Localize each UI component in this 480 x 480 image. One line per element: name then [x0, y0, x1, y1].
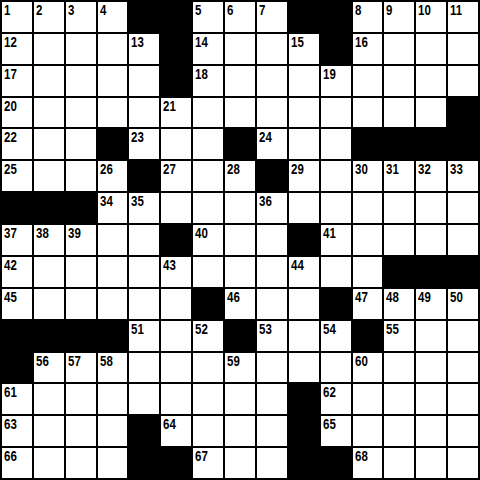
clue-number: 43: [163, 258, 176, 272]
white-cell[interactable]: [34, 448, 64, 478]
black-cell: [353, 129, 383, 159]
white-cell[interactable]: [98, 98, 128, 128]
clue-number: 7: [259, 3, 265, 17]
white-cell[interactable]: [321, 161, 351, 191]
black-cell: [129, 161, 159, 191]
black-cell: [225, 129, 255, 159]
white-cell[interactable]: [66, 161, 96, 191]
white-cell[interactable]: [321, 193, 351, 223]
black-cell: [384, 257, 414, 287]
clue-number: 2: [36, 3, 42, 17]
clue-number: 64: [163, 417, 176, 431]
white-cell[interactable]: 47: [353, 289, 383, 319]
white-cell[interactable]: [321, 129, 351, 159]
clue-number: 40: [195, 226, 208, 240]
white-cell[interactable]: [225, 257, 255, 287]
clue-number: 44: [291, 258, 304, 272]
white-cell[interactable]: 59: [225, 353, 255, 383]
white-cell[interactable]: [34, 384, 64, 414]
white-cell[interactable]: [98, 384, 128, 414]
white-cell[interactable]: [98, 289, 128, 319]
clue-number: 63: [4, 417, 17, 431]
clue-number: 66: [4, 449, 17, 463]
white-cell[interactable]: [225, 416, 255, 446]
clue-number: 56: [36, 354, 49, 368]
white-cell[interactable]: [257, 66, 287, 96]
white-cell[interactable]: [161, 353, 191, 383]
clue-number: 45: [4, 290, 17, 304]
clue-number: 8: [355, 3, 361, 17]
white-cell[interactable]: [129, 384, 159, 414]
clue-number: 67: [195, 449, 208, 463]
black-cell: [289, 2, 319, 32]
white-cell[interactable]: 11: [448, 2, 478, 32]
white-cell[interactable]: 61: [2, 384, 32, 414]
clue-number: 65: [323, 417, 336, 431]
white-cell[interactable]: [66, 129, 96, 159]
white-cell[interactable]: [257, 353, 287, 383]
clue-number: 22: [4, 130, 17, 144]
white-cell[interactable]: [225, 66, 255, 96]
white-cell[interactable]: 7: [257, 2, 287, 32]
white-cell[interactable]: [193, 193, 223, 223]
white-cell[interactable]: 15: [289, 34, 319, 64]
clue-number: 39: [68, 226, 81, 240]
white-cell[interactable]: 13: [129, 34, 159, 64]
black-cell: [161, 225, 191, 255]
clue-number: 49: [418, 290, 431, 304]
white-cell[interactable]: [257, 448, 287, 478]
white-cell[interactable]: [34, 257, 64, 287]
white-cell[interactable]: [225, 98, 255, 128]
white-cell[interactable]: 36: [257, 193, 287, 223]
black-cell: [161, 448, 191, 478]
clue-number: 61: [4, 385, 17, 399]
clue-number: 28: [227, 162, 240, 176]
clue-number: 30: [355, 162, 368, 176]
clue-number: 14: [195, 35, 208, 49]
white-cell[interactable]: [416, 448, 446, 478]
clue-number: 16: [355, 35, 368, 49]
white-cell[interactable]: [384, 384, 414, 414]
white-cell[interactable]: 5: [193, 2, 223, 32]
white-cell[interactable]: [161, 321, 191, 351]
white-cell[interactable]: 45: [2, 289, 32, 319]
clue-number: 47: [355, 290, 368, 304]
white-cell[interactable]: 56: [34, 353, 64, 383]
white-cell[interactable]: [416, 384, 446, 414]
white-cell[interactable]: [34, 161, 64, 191]
black-cell: [321, 34, 351, 64]
white-cell[interactable]: [384, 98, 414, 128]
white-cell[interactable]: [416, 98, 446, 128]
white-cell[interactable]: 4: [98, 2, 128, 32]
white-cell[interactable]: 52: [193, 321, 223, 351]
white-cell[interactable]: [193, 129, 223, 159]
clue-number: 51: [131, 322, 144, 336]
white-cell[interactable]: [34, 416, 64, 446]
white-cell[interactable]: [321, 257, 351, 287]
white-cell[interactable]: 10: [416, 2, 446, 32]
white-cell[interactable]: [66, 257, 96, 287]
white-cell[interactable]: 65: [321, 416, 351, 446]
clue-number: 58: [100, 354, 113, 368]
white-cell[interactable]: 37: [2, 225, 32, 255]
black-cell: [98, 129, 128, 159]
white-cell[interactable]: [161, 129, 191, 159]
white-cell[interactable]: 63: [2, 416, 32, 446]
white-cell[interactable]: 64: [161, 416, 191, 446]
white-cell[interactable]: [416, 66, 446, 96]
black-cell: [98, 321, 128, 351]
white-cell[interactable]: 38: [34, 225, 64, 255]
white-cell[interactable]: [321, 353, 351, 383]
white-cell[interactable]: 51: [129, 321, 159, 351]
clue-number: 27: [163, 162, 176, 176]
white-cell[interactable]: 1: [2, 2, 32, 32]
black-cell: [129, 448, 159, 478]
white-cell[interactable]: [193, 353, 223, 383]
clue-number: 26: [100, 162, 113, 176]
white-cell[interactable]: [384, 225, 414, 255]
white-cell[interactable]: [448, 416, 478, 446]
clue-number: 23: [131, 130, 144, 144]
black-cell: [129, 2, 159, 32]
clue-number: 34: [100, 194, 113, 208]
black-cell: [129, 416, 159, 446]
white-cell[interactable]: [416, 34, 446, 64]
black-cell: [66, 193, 96, 223]
white-cell[interactable]: [98, 225, 128, 255]
black-cell: [289, 448, 319, 478]
white-cell[interactable]: [129, 66, 159, 96]
white-cell[interactable]: 41: [321, 225, 351, 255]
black-cell: [416, 129, 446, 159]
white-cell[interactable]: 17: [2, 66, 32, 96]
white-cell[interactable]: [66, 98, 96, 128]
white-cell[interactable]: [416, 193, 446, 223]
white-cell[interactable]: [34, 98, 64, 128]
clue-number: 59: [227, 354, 240, 368]
clue-number: 36: [259, 194, 272, 208]
white-cell[interactable]: 16: [353, 34, 383, 64]
white-cell[interactable]: 57: [66, 353, 96, 383]
black-cell: [161, 66, 191, 96]
white-cell[interactable]: [257, 384, 287, 414]
clue-number: 62: [323, 385, 336, 399]
white-cell[interactable]: [416, 353, 446, 383]
white-cell[interactable]: 54: [321, 321, 351, 351]
clue-number: 18: [195, 67, 208, 81]
clue-number: 10: [418, 3, 431, 17]
white-cell[interactable]: [225, 193, 255, 223]
white-cell[interactable]: [353, 193, 383, 223]
white-cell[interactable]: [193, 98, 223, 128]
clue-number: 11: [450, 3, 462, 17]
clue-number: 32: [418, 162, 431, 176]
white-cell[interactable]: 25: [2, 161, 32, 191]
white-cell[interactable]: 18: [193, 66, 223, 96]
clue-number: 50: [450, 290, 463, 304]
black-cell: [416, 257, 446, 287]
white-cell[interactable]: 33: [448, 161, 478, 191]
white-cell[interactable]: [98, 66, 128, 96]
white-cell[interactable]: [34, 66, 64, 96]
white-cell[interactable]: 8: [353, 2, 383, 32]
white-cell[interactable]: [34, 34, 64, 64]
white-cell[interactable]: 19: [321, 66, 351, 96]
white-cell[interactable]: [384, 448, 414, 478]
white-cell[interactable]: [353, 416, 383, 446]
white-cell[interactable]: [66, 66, 96, 96]
white-cell[interactable]: 66: [2, 448, 32, 478]
white-cell[interactable]: [129, 289, 159, 319]
white-cell[interactable]: 40: [193, 225, 223, 255]
clue-number: 12: [4, 35, 17, 49]
white-cell[interactable]: [289, 193, 319, 223]
white-cell[interactable]: 48: [384, 289, 414, 319]
white-cell[interactable]: [353, 384, 383, 414]
white-cell[interactable]: [448, 225, 478, 255]
white-cell[interactable]: [448, 193, 478, 223]
white-cell[interactable]: [384, 193, 414, 223]
clue-number: 9: [386, 3, 392, 17]
white-cell[interactable]: 14: [193, 34, 223, 64]
clue-number: 5: [195, 3, 201, 17]
white-cell[interactable]: [321, 98, 351, 128]
white-cell[interactable]: [66, 448, 96, 478]
black-cell: [321, 448, 351, 478]
white-cell[interactable]: [98, 416, 128, 446]
white-cell[interactable]: [193, 161, 223, 191]
white-cell[interactable]: 35: [129, 193, 159, 223]
white-cell[interactable]: 28: [225, 161, 255, 191]
black-cell: [34, 193, 64, 223]
black-cell: [448, 257, 478, 287]
white-cell[interactable]: 67: [193, 448, 223, 478]
black-cell: [289, 225, 319, 255]
white-cell[interactable]: 29: [289, 161, 319, 191]
white-cell[interactable]: [353, 66, 383, 96]
black-cell: [34, 321, 64, 351]
clue-number: 20: [4, 99, 17, 113]
black-cell: [321, 2, 351, 32]
white-cell[interactable]: [289, 321, 319, 351]
white-cell[interactable]: [34, 289, 64, 319]
black-cell: [2, 353, 32, 383]
white-cell[interactable]: [448, 384, 478, 414]
white-cell[interactable]: 55: [384, 321, 414, 351]
clue-number: 31: [386, 162, 399, 176]
white-cell[interactable]: [98, 448, 128, 478]
white-cell[interactable]: [448, 321, 478, 351]
black-cell: [448, 98, 478, 128]
clue-number: 13: [131, 35, 144, 49]
white-cell[interactable]: [98, 34, 128, 64]
clue-number: 48: [386, 290, 399, 304]
clue-number: 21: [163, 99, 176, 113]
white-cell[interactable]: [66, 34, 96, 64]
black-cell: [193, 289, 223, 319]
white-cell[interactable]: 49: [416, 289, 446, 319]
clue-number: 1: [4, 3, 10, 17]
black-cell: [448, 129, 478, 159]
white-cell[interactable]: [66, 289, 96, 319]
white-cell[interactable]: [225, 225, 255, 255]
clue-number: 29: [291, 162, 304, 176]
white-cell[interactable]: 6: [225, 2, 255, 32]
white-cell[interactable]: [257, 289, 287, 319]
clue-number: 68: [355, 449, 368, 463]
black-cell: [66, 321, 96, 351]
white-cell[interactable]: [161, 384, 191, 414]
clue-number: 38: [36, 226, 49, 240]
white-cell[interactable]: [66, 416, 96, 446]
clue-number: 33: [450, 162, 463, 176]
white-cell[interactable]: 26: [98, 161, 128, 191]
clue-number: 4: [100, 3, 106, 17]
white-cell[interactable]: 24: [257, 129, 287, 159]
white-cell[interactable]: 53: [257, 321, 287, 351]
white-cell[interactable]: [448, 66, 478, 96]
white-cell[interactable]: [129, 353, 159, 383]
black-cell: [225, 321, 255, 351]
white-cell[interactable]: 12: [2, 34, 32, 64]
white-cell[interactable]: [257, 98, 287, 128]
white-cell[interactable]: [129, 98, 159, 128]
black-cell: [384, 129, 414, 159]
clue-number: 46: [227, 290, 240, 304]
crossword-grid: 1234567891011121314151617181920212223242…: [0, 0, 480, 480]
white-cell[interactable]: 22: [2, 129, 32, 159]
white-cell[interactable]: 62: [321, 384, 351, 414]
white-cell[interactable]: 3: [66, 2, 96, 32]
white-cell[interactable]: 20: [2, 98, 32, 128]
black-cell: [2, 193, 32, 223]
white-cell[interactable]: 27: [161, 161, 191, 191]
white-cell[interactable]: [384, 416, 414, 446]
white-cell[interactable]: 9: [384, 2, 414, 32]
black-cell: [257, 161, 287, 191]
white-cell[interactable]: [193, 416, 223, 446]
clue-number: 57: [68, 354, 81, 368]
clue-number: 6: [227, 3, 233, 17]
white-cell[interactable]: [353, 257, 383, 287]
clue-number: 35: [131, 194, 144, 208]
white-cell[interactable]: [129, 225, 159, 255]
white-cell[interactable]: 34: [98, 193, 128, 223]
clue-number: 60: [355, 354, 368, 368]
black-cell: [289, 416, 319, 446]
white-cell[interactable]: 50: [448, 289, 478, 319]
white-cell[interactable]: [353, 225, 383, 255]
clue-number: 3: [68, 3, 74, 17]
clue-number: 53: [259, 322, 272, 336]
white-cell[interactable]: [289, 129, 319, 159]
white-cell[interactable]: [384, 34, 414, 64]
white-cell[interactable]: [416, 225, 446, 255]
white-cell[interactable]: 44: [289, 257, 319, 287]
white-cell[interactable]: [98, 257, 128, 287]
white-cell[interactable]: [257, 225, 287, 255]
white-cell[interactable]: [448, 353, 478, 383]
black-cell: [161, 2, 191, 32]
white-cell[interactable]: [289, 66, 319, 96]
clue-number: 37: [4, 226, 17, 240]
white-cell[interactable]: 42: [2, 257, 32, 287]
clue-number: 55: [386, 322, 399, 336]
white-cell[interactable]: [34, 129, 64, 159]
white-cell[interactable]: 46: [225, 289, 255, 319]
white-cell[interactable]: [448, 448, 478, 478]
white-cell[interactable]: 60: [353, 353, 383, 383]
white-cell[interactable]: [161, 289, 191, 319]
black-cell: [2, 321, 32, 351]
white-cell[interactable]: [66, 384, 96, 414]
white-cell[interactable]: [225, 384, 255, 414]
white-cell[interactable]: [416, 321, 446, 351]
white-cell[interactable]: [193, 384, 223, 414]
black-cell: [161, 34, 191, 64]
clue-number: 17: [4, 67, 17, 81]
white-cell[interactable]: [257, 257, 287, 287]
clue-number: 54: [323, 322, 336, 336]
white-cell[interactable]: [416, 416, 446, 446]
white-cell[interactable]: [257, 34, 287, 64]
white-cell[interactable]: [353, 98, 383, 128]
clue-number: 52: [195, 322, 208, 336]
white-cell[interactable]: [161, 193, 191, 223]
white-cell[interactable]: 43: [161, 257, 191, 287]
white-cell[interactable]: 23: [129, 129, 159, 159]
white-cell[interactable]: [384, 66, 414, 96]
white-cell[interactable]: [289, 289, 319, 319]
white-cell[interactable]: 31: [384, 161, 414, 191]
white-cell[interactable]: 68: [353, 448, 383, 478]
clue-number: 41: [323, 226, 336, 240]
white-cell[interactable]: [448, 34, 478, 64]
clue-number: 15: [291, 35, 304, 49]
black-cell: [353, 321, 383, 351]
white-cell[interactable]: 2: [34, 2, 64, 32]
white-cell[interactable]: [289, 98, 319, 128]
white-cell[interactable]: 21: [161, 98, 191, 128]
white-cell[interactable]: [257, 416, 287, 446]
white-cell[interactable]: [129, 257, 159, 287]
white-cell[interactable]: 30: [353, 161, 383, 191]
clue-number: 24: [259, 130, 272, 144]
white-cell[interactable]: 32: [416, 161, 446, 191]
clue-number: 25: [4, 162, 17, 176]
black-cell: [289, 384, 319, 414]
white-cell[interactable]: 58: [98, 353, 128, 383]
white-cell[interactable]: [225, 34, 255, 64]
white-cell[interactable]: 39: [66, 225, 96, 255]
black-cell: [321, 289, 351, 319]
clue-number: 19: [323, 67, 336, 81]
white-cell[interactable]: [384, 353, 414, 383]
clue-number: 42: [4, 258, 17, 272]
white-cell[interactable]: [225, 448, 255, 478]
white-cell[interactable]: [289, 353, 319, 383]
white-cell[interactable]: [193, 257, 223, 287]
